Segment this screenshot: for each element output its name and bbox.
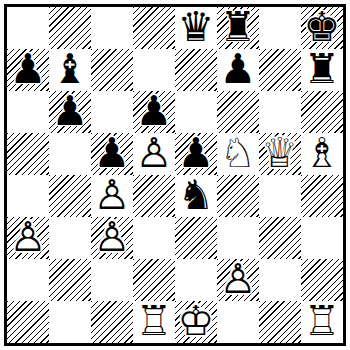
square-h1[interactable]: ♜♖ [301,301,343,343]
square-g4[interactable] [259,175,301,217]
square-g2[interactable] [259,259,301,301]
square-d3[interactable] [133,217,175,259]
square-h8[interactable]: ♚ [301,7,343,49]
square-b4[interactable] [49,175,91,217]
black-pawn-e5: ♟ [175,133,217,175]
square-a1[interactable] [7,301,49,343]
black-piece-glyph: ♜ [304,49,341,90]
white-piece-outline: ♗ [304,133,341,174]
square-h2[interactable] [301,259,343,301]
square-d6[interactable]: ♟ [133,91,175,133]
white-piece-outline: ♙ [94,217,131,258]
white-piece-outline: ♖ [304,301,341,342]
square-a5[interactable] [7,133,49,175]
square-c8[interactable] [91,7,133,49]
square-e1[interactable]: ♚♔ [175,301,217,343]
square-e6[interactable] [175,91,217,133]
square-b2[interactable] [49,259,91,301]
square-c5[interactable]: ♟ [91,133,133,175]
black-pawn-c5: ♟ [91,133,133,175]
square-d4[interactable] [133,175,175,217]
square-b3[interactable] [49,217,91,259]
square-f2[interactable]: ♟♙ [217,259,259,301]
square-g8[interactable] [259,7,301,49]
square-a4[interactable] [7,175,49,217]
white-piece-outline: ♙ [10,217,47,258]
black-piece-glyph: ♟ [178,133,215,174]
black-pawn-a7: ♟ [7,49,49,91]
white-king-e1: ♚♔ [175,301,217,343]
square-a8[interactable] [7,7,49,49]
square-h4[interactable] [301,175,343,217]
square-c6[interactable] [91,91,133,133]
square-e5[interactable]: ♟ [175,133,217,175]
square-e4[interactable]: ♞ [175,175,217,217]
square-b8[interactable] [49,7,91,49]
square-f4[interactable] [217,175,259,217]
black-piece-glyph: ♜ [220,7,257,48]
white-pawn-c3: ♟♙ [91,217,133,259]
square-h6[interactable] [301,91,343,133]
square-c3[interactable]: ♟♙ [91,217,133,259]
square-d2[interactable] [133,259,175,301]
black-pawn-b6: ♟ [49,91,91,133]
square-f3[interactable] [217,217,259,259]
square-f1[interactable] [217,301,259,343]
square-e2[interactable] [175,259,217,301]
white-piece-outline: ♖ [136,301,173,342]
black-piece-glyph: ♞ [178,175,215,216]
square-f8[interactable]: ♜ [217,7,259,49]
black-rook-f8: ♜ [217,7,259,49]
square-g1[interactable] [259,301,301,343]
square-g7[interactable] [259,49,301,91]
black-piece-glyph: ♟ [94,133,131,174]
square-d1[interactable]: ♜♖ [133,301,175,343]
square-e7[interactable] [175,49,217,91]
square-f7[interactable]: ♟ [217,49,259,91]
black-piece-glyph: ♚ [304,7,341,48]
square-b1[interactable] [49,301,91,343]
white-rook-d1: ♜♖ [133,301,175,343]
black-piece-glyph: ♛ [178,7,215,48]
black-bishop-b7: ♝ [49,49,91,91]
square-b5[interactable] [49,133,91,175]
black-knight-e4: ♞ [175,175,217,217]
black-pawn-f7: ♟ [217,49,259,91]
square-h3[interactable] [301,217,343,259]
white-pawn-a3: ♟♙ [7,217,49,259]
square-e3[interactable] [175,217,217,259]
white-piece-outline: ♕ [262,133,299,174]
square-d7[interactable] [133,49,175,91]
square-g3[interactable] [259,217,301,259]
square-a2[interactable] [7,259,49,301]
square-a7[interactable]: ♟ [7,49,49,91]
black-piece-glyph: ♟ [136,91,173,132]
square-d5[interactable]: ♟♙ [133,133,175,175]
white-piece-outline: ♙ [94,175,131,216]
black-piece-glyph: ♟ [52,91,89,132]
square-f6[interactable] [217,91,259,133]
white-queen-g5: ♛♕ [259,133,301,175]
square-d8[interactable] [133,7,175,49]
black-rook-h7: ♜ [301,49,343,91]
white-bishop-h5: ♝♗ [301,133,343,175]
white-pawn-c4: ♟♙ [91,175,133,217]
white-piece-outline: ♙ [220,259,257,300]
square-c2[interactable] [91,259,133,301]
square-c1[interactable] [91,301,133,343]
black-pawn-d6: ♟ [133,91,175,133]
white-pawn-f2: ♟♙ [217,259,259,301]
black-queen-e8: ♛ [175,7,217,49]
square-g6[interactable] [259,91,301,133]
square-b7[interactable]: ♝ [49,49,91,91]
square-c7[interactable] [91,49,133,91]
square-a6[interactable] [7,91,49,133]
white-pawn-d5: ♟♙ [133,133,175,175]
square-a3[interactable]: ♟♙ [7,217,49,259]
black-piece-glyph: ♟ [220,49,257,90]
square-e8[interactable]: ♛ [175,7,217,49]
square-f5[interactable]: ♞♘ [217,133,259,175]
square-h5[interactable]: ♝♗ [301,133,343,175]
black-piece-glyph: ♟ [10,49,47,90]
square-g5[interactable]: ♛♕ [259,133,301,175]
black-piece-glyph: ♝ [52,49,89,90]
chess-diagram-frame: ♛♜♚♟♝♟♜♟♟♟♟♙♟♞♘♛♕♝♗♟♙♞♟♙♟♙♟♙♜♖♚♔♜♖ [4,4,346,346]
chess-board: ♛♜♚♟♝♟♜♟♟♟♟♙♟♞♘♛♕♝♗♟♙♞♟♙♟♙♟♙♜♖♚♔♜♖ [7,7,343,343]
square-b6[interactable]: ♟ [49,91,91,133]
white-piece-outline: ♘ [220,133,257,174]
black-king-h8: ♚ [301,7,343,49]
square-h7[interactable]: ♜ [301,49,343,91]
square-c4[interactable]: ♟♙ [91,175,133,217]
white-piece-outline: ♙ [136,133,173,174]
white-piece-outline: ♔ [178,301,215,342]
white-rook-h1: ♜♖ [301,301,343,343]
white-knight-f5: ♞♘ [217,133,259,175]
